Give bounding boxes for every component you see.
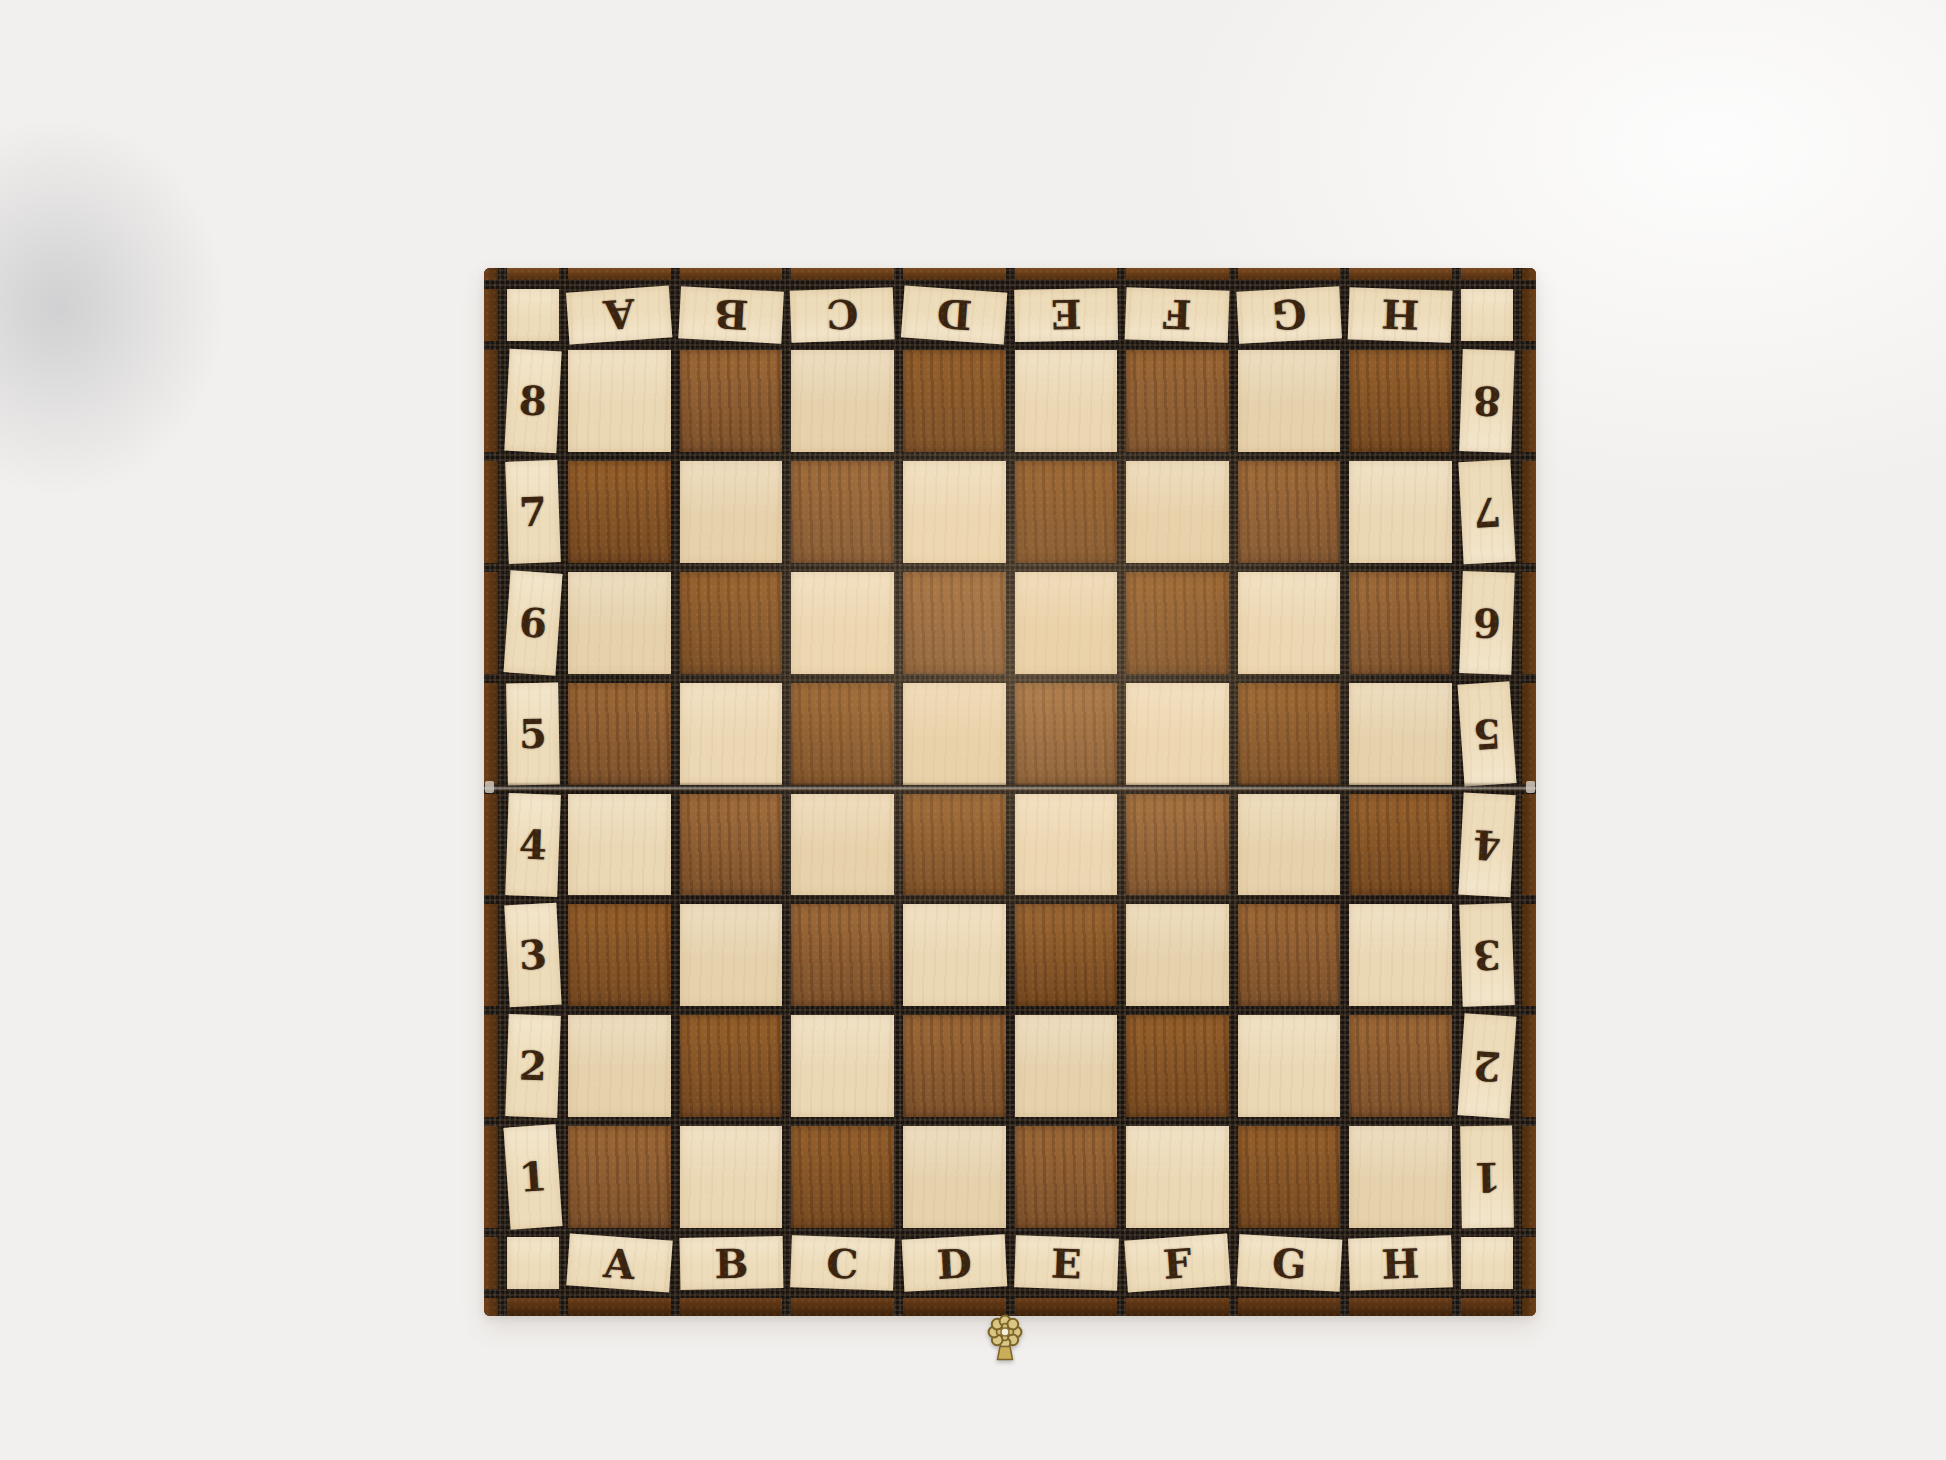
board-frame-edge: [1522, 461, 1536, 563]
board-frame-edge: [1015, 268, 1118, 280]
board-frame-edge: [1126, 1298, 1229, 1316]
chess-board: ABCDEFGH8877665544332211ABCDEFGH: [484, 268, 1536, 1316]
file-label-top-f: F: [1125, 287, 1229, 343]
square-e3[interactable]: [1015, 904, 1118, 1006]
file-label-bottom-a: A: [566, 1233, 672, 1292]
square-h1[interactable]: [1349, 1126, 1452, 1228]
board-frame-edge: [1461, 1298, 1513, 1316]
square-g5[interactable]: [1238, 683, 1341, 785]
board-grid: ABCDEFGH8877665544332211ABCDEFGH: [484, 268, 1536, 1316]
square-e7[interactable]: [1015, 461, 1118, 563]
board-frame-edge: [484, 572, 498, 674]
file-label-bottom-d: D: [902, 1234, 1007, 1291]
square-d7[interactable]: [903, 461, 1006, 563]
square-g7[interactable]: [1238, 461, 1341, 563]
square-e5[interactable]: [1015, 683, 1118, 785]
board-frame-edge: [791, 1298, 894, 1316]
board-frame-edge: [484, 1298, 498, 1316]
square-f1[interactable]: [1126, 1126, 1229, 1228]
rank-label-left-2: 2: [505, 1014, 561, 1118]
square-c4[interactable]: [791, 794, 894, 896]
square-c3[interactable]: [791, 904, 894, 1006]
square-g4[interactable]: [1238, 794, 1341, 896]
rank-label-left-5: 5: [506, 682, 560, 785]
square-e1[interactable]: [1015, 1126, 1118, 1228]
square-h7[interactable]: [1349, 461, 1452, 563]
square-e4[interactable]: [1015, 794, 1118, 896]
square-d5[interactable]: [903, 683, 1006, 785]
square-d8[interactable]: [903, 350, 1006, 452]
square-e2[interactable]: [1015, 1015, 1118, 1117]
square-d1[interactable]: [903, 1126, 1006, 1228]
board-frame-edge: [1238, 1298, 1341, 1316]
board-frame-edge: [1522, 572, 1536, 674]
rank-label-right-6: 6: [1459, 571, 1515, 675]
file-label-top-h: H: [1348, 287, 1452, 343]
corner-cell: [1461, 289, 1513, 341]
board-frame-edge: [1522, 683, 1536, 785]
board-frame-edge: [1238, 268, 1341, 280]
square-f8[interactable]: [1126, 350, 1229, 452]
square-a7[interactable]: [568, 461, 671, 563]
square-c6[interactable]: [791, 572, 894, 674]
square-a8[interactable]: [568, 350, 671, 452]
board-frame-edge: [484, 794, 498, 896]
square-d4[interactable]: [903, 794, 1006, 896]
square-g8[interactable]: [1238, 350, 1341, 452]
file-label-top-g: G: [1236, 286, 1341, 343]
square-f4[interactable]: [1126, 794, 1229, 896]
square-a4[interactable]: [568, 794, 671, 896]
board-frame-edge: [507, 268, 559, 280]
file-label-top-c: C: [790, 287, 894, 343]
brass-clasp: [986, 1311, 1024, 1363]
corner-cell: [507, 1237, 559, 1289]
square-e8[interactable]: [1015, 350, 1118, 452]
corner-cell: [1461, 1237, 1513, 1289]
square-b3[interactable]: [680, 904, 783, 1006]
rank-label-right-3: 3: [1459, 903, 1515, 1007]
file-label-bottom-g: G: [1236, 1234, 1341, 1291]
rank-label-left-8: 8: [504, 349, 561, 453]
corner-cell: [507, 289, 559, 341]
file-label-bottom-h: H: [1348, 1235, 1452, 1291]
square-h6[interactable]: [1349, 572, 1452, 674]
square-g2[interactable]: [1238, 1015, 1341, 1117]
board-frame-edge: [1522, 268, 1536, 280]
board-frame-edge: [484, 350, 498, 452]
rank-label-left-3: 3: [504, 903, 561, 1007]
file-label-bottom-b: B: [679, 1236, 783, 1290]
square-a2[interactable]: [568, 1015, 671, 1117]
board-frame-edge: [484, 1237, 498, 1289]
square-c8[interactable]: [791, 350, 894, 452]
file-label-top-b: B: [678, 286, 783, 343]
square-h3[interactable]: [1349, 904, 1452, 1006]
board-frame-edge: [1522, 1126, 1536, 1228]
square-b7[interactable]: [680, 461, 783, 563]
board-frame-edge: [1126, 268, 1229, 280]
square-f3[interactable]: [1126, 904, 1229, 1006]
board-frame-edge: [484, 1015, 498, 1117]
board-frame-edge: [1522, 904, 1536, 1006]
square-c5[interactable]: [791, 683, 894, 785]
square-c2[interactable]: [791, 1015, 894, 1117]
board-frame-edge: [1522, 1237, 1536, 1289]
square-e6[interactable]: [1015, 572, 1118, 674]
square-f2[interactable]: [1126, 1015, 1229, 1117]
rank-label-left-4: 4: [505, 793, 561, 897]
rank-label-left-7: 7: [505, 460, 561, 564]
rank-label-right-7: 7: [1458, 460, 1515, 564]
board-frame-edge: [1461, 268, 1513, 280]
board-frame-edge: [484, 268, 498, 280]
square-d6[interactable]: [903, 572, 1006, 674]
square-h2[interactable]: [1349, 1015, 1452, 1117]
board-frame-edge: [680, 268, 783, 280]
rank-label-left-6: 6: [504, 570, 563, 675]
square-d2[interactable]: [903, 1015, 1006, 1117]
board-frame-edge: [1522, 350, 1536, 452]
square-g1[interactable]: [1238, 1126, 1341, 1228]
square-c7[interactable]: [791, 461, 894, 563]
square-b1[interactable]: [680, 1126, 783, 1228]
rank-label-right-4: 4: [1458, 792, 1515, 896]
rank-label-right-2: 2: [1458, 1014, 1517, 1119]
board-frame-edge: [484, 461, 498, 563]
board-frame-edge: [1522, 1298, 1536, 1316]
clasp-rosette-icon: [986, 1311, 1024, 1363]
rank-label-left-1: 1: [504, 1124, 563, 1229]
board-frame-edge: [1522, 1015, 1536, 1117]
square-b2[interactable]: [680, 1015, 783, 1117]
board-frame-edge: [507, 1298, 559, 1316]
square-a3[interactable]: [568, 904, 671, 1006]
square-h8[interactable]: [1349, 350, 1452, 452]
board-frame-edge: [484, 683, 498, 785]
board-frame-edge: [1349, 1298, 1452, 1316]
square-g6[interactable]: [1238, 572, 1341, 674]
board-frame-edge: [903, 268, 1006, 280]
file-label-top-e: E: [1014, 288, 1118, 342]
board-frame-edge: [1522, 794, 1536, 896]
square-c1[interactable]: [791, 1126, 894, 1228]
file-label-top-d: D: [901, 285, 1007, 344]
board-frame-edge: [484, 1126, 498, 1228]
square-a5[interactable]: [568, 683, 671, 785]
square-b8[interactable]: [680, 350, 783, 452]
square-a6[interactable]: [568, 572, 671, 674]
square-b5[interactable]: [680, 683, 783, 785]
square-f7[interactable]: [1126, 461, 1229, 563]
board-frame-edge: [1015, 1298, 1118, 1316]
board-frame-edge: [791, 268, 894, 280]
board-frame-edge: [568, 1298, 671, 1316]
file-label-bottom-e: E: [1014, 1235, 1118, 1291]
file-label-bottom-c: C: [790, 1235, 894, 1291]
square-d3[interactable]: [903, 904, 1006, 1006]
board-frame-edge: [1522, 289, 1536, 341]
square-b6[interactable]: [680, 572, 783, 674]
square-f5[interactable]: [1126, 683, 1229, 785]
file-label-top-a: A: [566, 285, 672, 344]
board-frame-edge: [1349, 268, 1452, 280]
board-frame-edge: [568, 268, 671, 280]
square-g3[interactable]: [1238, 904, 1341, 1006]
rank-label-right-8: 8: [1459, 349, 1515, 453]
square-h5[interactable]: [1349, 683, 1452, 785]
board-frame-edge: [484, 289, 498, 341]
rank-label-right-5: 5: [1458, 681, 1517, 786]
board-frame-edge: [680, 1298, 783, 1316]
square-h4[interactable]: [1349, 794, 1452, 896]
square-b4[interactable]: [680, 794, 783, 896]
photo-background: ABCDEFGH8877665544332211ABCDEFGH: [0, 0, 1946, 1460]
board-frame-edge: [484, 904, 498, 1006]
file-label-bottom-f: F: [1124, 1233, 1230, 1292]
rank-label-right-1: 1: [1460, 1126, 1514, 1229]
square-a1[interactable]: [568, 1126, 671, 1228]
square-f6[interactable]: [1126, 572, 1229, 674]
